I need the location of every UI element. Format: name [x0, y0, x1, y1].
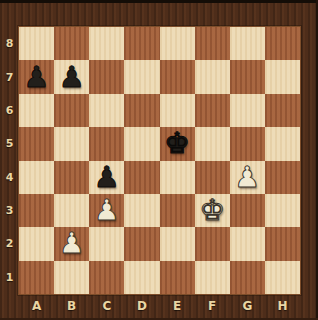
square-c3[interactable]: ♟	[89, 194, 124, 227]
white-pawn: ♟	[94, 196, 120, 225]
square-f5[interactable]	[195, 127, 230, 160]
top-border	[0, 0, 318, 3]
rank-label: 4	[0, 161, 19, 194]
square-f4[interactable]	[195, 161, 230, 194]
square-a3[interactable]	[19, 194, 54, 227]
chess-board-diagram: 87654321 ♟♟♚♟♟♟♚♟ ABCDEFGH	[0, 0, 318, 320]
rank-label: 6	[0, 94, 19, 127]
rank-labels: 87654321	[0, 27, 19, 294]
square-g4[interactable]: ♟	[230, 161, 265, 194]
square-c2[interactable]	[89, 227, 124, 260]
square-g3[interactable]	[230, 194, 265, 227]
square-f1[interactable]	[195, 261, 230, 294]
square-b2[interactable]: ♟	[54, 227, 89, 260]
white-pawn: ♟	[59, 229, 85, 258]
square-b1[interactable]	[54, 261, 89, 294]
square-d8[interactable]	[124, 27, 159, 60]
square-h6[interactable]	[265, 94, 300, 127]
square-a7[interactable]: ♟	[19, 60, 54, 93]
square-d1[interactable]	[124, 261, 159, 294]
square-f8[interactable]	[195, 27, 230, 60]
square-e8[interactable]	[160, 27, 195, 60]
white-pawn: ♟	[234, 163, 260, 192]
square-d4[interactable]	[124, 161, 159, 194]
file-label: H	[265, 294, 300, 318]
square-b4[interactable]	[54, 161, 89, 194]
square-c7[interactable]	[89, 60, 124, 93]
square-a1[interactable]	[19, 261, 54, 294]
square-a6[interactable]	[19, 94, 54, 127]
square-d3[interactable]	[124, 194, 159, 227]
file-label: E	[160, 294, 195, 318]
square-e1[interactable]	[160, 261, 195, 294]
square-c1[interactable]	[89, 261, 124, 294]
file-label: B	[54, 294, 89, 318]
black-pawn: ♟	[24, 63, 50, 92]
square-e5[interactable]: ♚	[160, 127, 195, 160]
square-a5[interactable]	[19, 127, 54, 160]
square-c4[interactable]: ♟	[89, 161, 124, 194]
square-h7[interactable]	[265, 60, 300, 93]
square-c8[interactable]	[89, 27, 124, 60]
square-a4[interactable]	[19, 161, 54, 194]
square-e6[interactable]	[160, 94, 195, 127]
black-pawn: ♟	[59, 63, 85, 92]
square-h3[interactable]	[265, 194, 300, 227]
square-f3[interactable]: ♚	[195, 194, 230, 227]
square-h4[interactable]	[265, 161, 300, 194]
square-f7[interactable]	[195, 60, 230, 93]
square-c6[interactable]	[89, 94, 124, 127]
square-e7[interactable]	[160, 60, 195, 93]
square-d2[interactable]	[124, 227, 159, 260]
square-g2[interactable]	[230, 227, 265, 260]
square-b8[interactable]	[54, 27, 89, 60]
rank-label: 7	[0, 60, 19, 93]
square-b3[interactable]	[54, 194, 89, 227]
file-label: D	[124, 294, 159, 318]
square-f6[interactable]	[195, 94, 230, 127]
rank-label: 1	[0, 261, 19, 294]
right-border	[316, 0, 318, 320]
square-d6[interactable]	[124, 94, 159, 127]
black-king: ♚	[164, 129, 190, 158]
white-king: ♚	[199, 196, 225, 225]
square-h2[interactable]	[265, 227, 300, 260]
square-h5[interactable]	[265, 127, 300, 160]
file-label: C	[89, 294, 124, 318]
square-g1[interactable]	[230, 261, 265, 294]
black-pawn: ♟	[94, 163, 120, 192]
square-e4[interactable]	[160, 161, 195, 194]
square-d5[interactable]	[124, 127, 159, 160]
square-b6[interactable]	[54, 94, 89, 127]
square-a2[interactable]	[19, 227, 54, 260]
square-h8[interactable]	[265, 27, 300, 60]
chess-board: ♟♟♚♟♟♟♚♟	[19, 27, 300, 294]
file-label: F	[195, 294, 230, 318]
square-e2[interactable]	[160, 227, 195, 260]
file-labels: ABCDEFGH	[19, 294, 300, 318]
square-g5[interactable]	[230, 127, 265, 160]
square-f2[interactable]	[195, 227, 230, 260]
square-b5[interactable]	[54, 127, 89, 160]
rank-label: 3	[0, 194, 19, 227]
file-label: A	[19, 294, 54, 318]
square-a8[interactable]	[19, 27, 54, 60]
square-e3[interactable]	[160, 194, 195, 227]
rank-label: 2	[0, 227, 19, 260]
square-d7[interactable]	[124, 60, 159, 93]
rank-label: 5	[0, 127, 19, 160]
square-c5[interactable]	[89, 127, 124, 160]
file-label: G	[230, 294, 265, 318]
square-g6[interactable]	[230, 94, 265, 127]
rank-label: 8	[0, 27, 19, 60]
square-g8[interactable]	[230, 27, 265, 60]
square-h1[interactable]	[265, 261, 300, 294]
square-b7[interactable]: ♟	[54, 60, 89, 93]
square-g7[interactable]	[230, 60, 265, 93]
